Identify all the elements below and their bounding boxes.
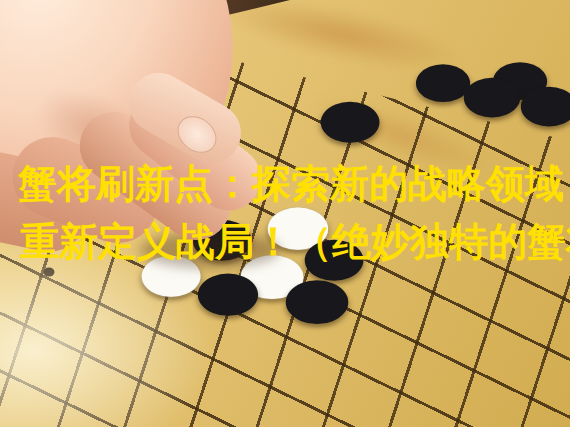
stones-layer: ●●●●●●●●●●●● [0,0,570,427]
stone-black: ● [316,90,383,144]
stone-black: ● [194,262,263,317]
stone-black: ● [460,67,525,119]
stone-black: ● [281,268,353,325]
stone-black: ● [517,76,570,128]
go-photo-thumbnail: ●●●●●●●●●●●● 蟹将刷新点：探索新的战略领域， 重新定义战局！（绝妙独… [0,0,570,427]
